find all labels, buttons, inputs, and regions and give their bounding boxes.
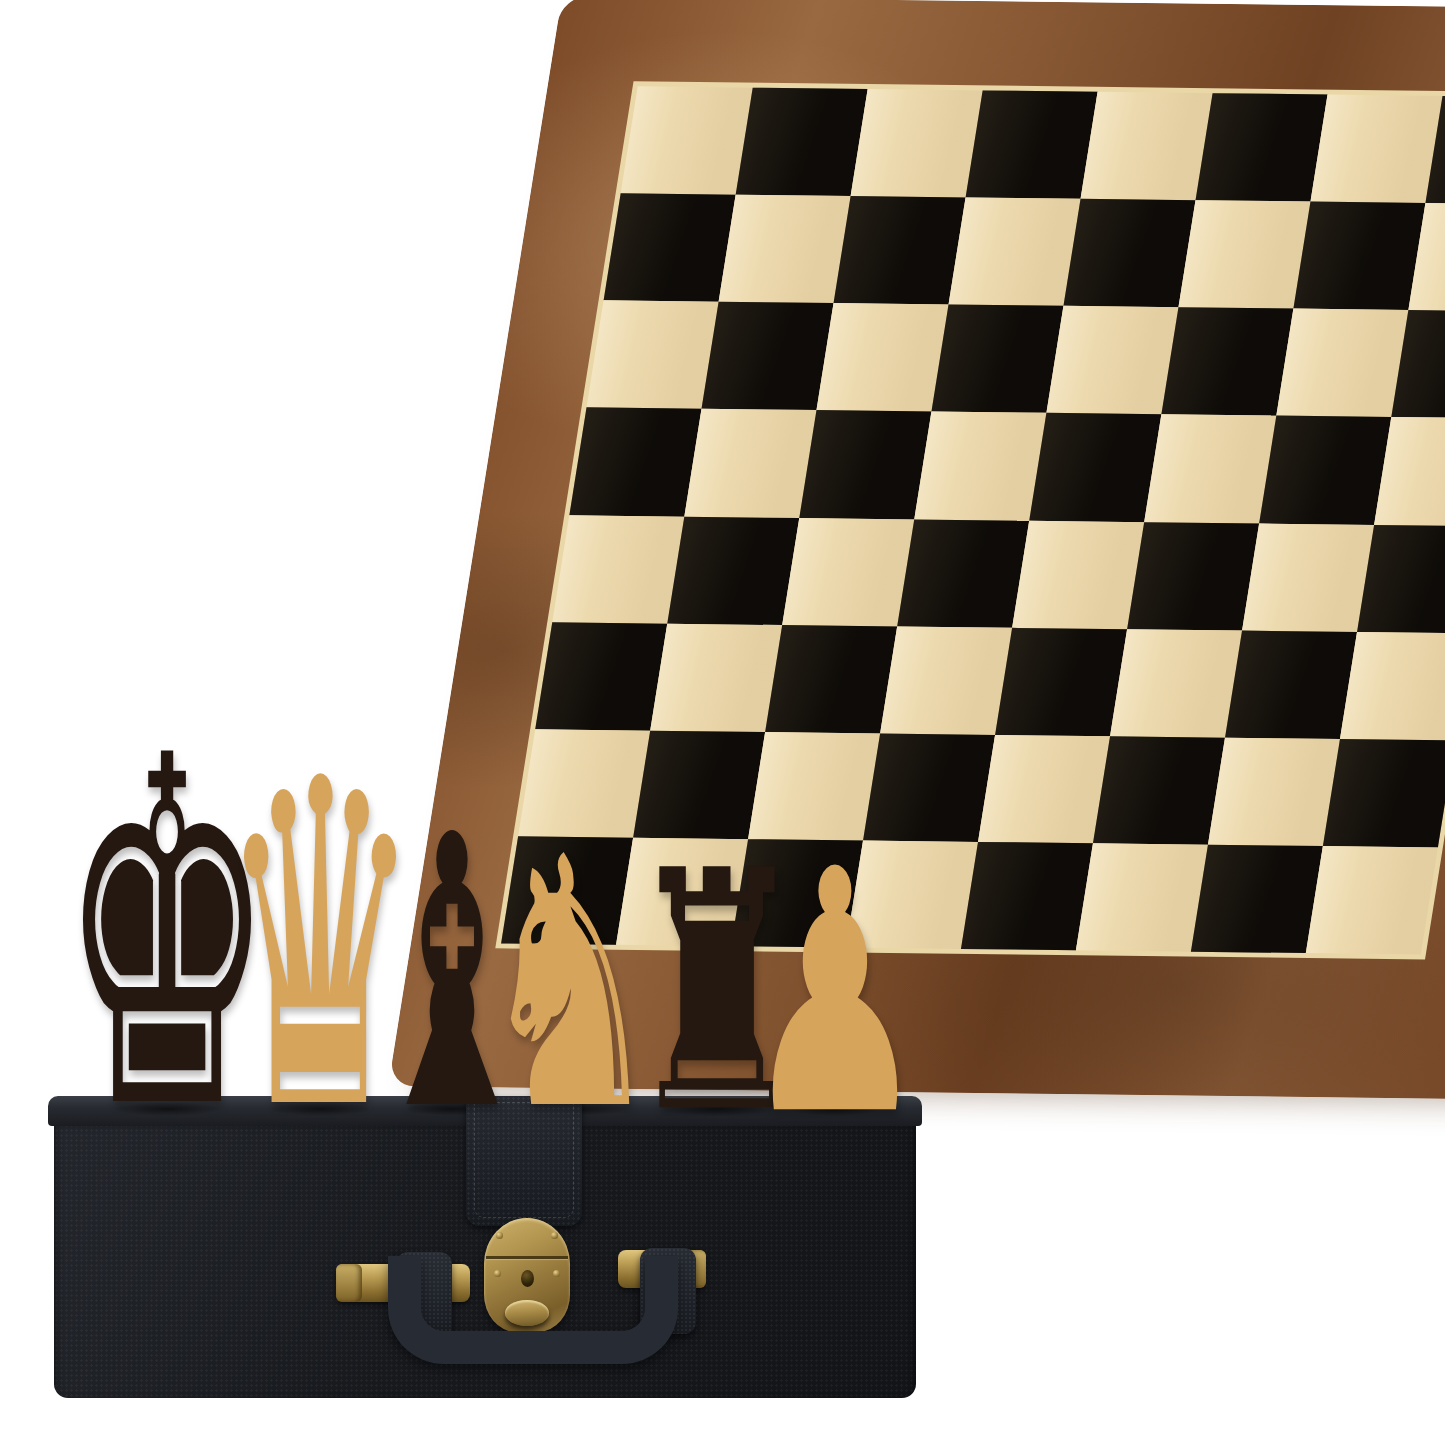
square-f3 xyxy=(1110,629,1242,738)
square-h2 xyxy=(1323,739,1445,848)
square-d4 xyxy=(897,519,1029,628)
square-e1 xyxy=(961,842,1093,951)
square-g1 xyxy=(1191,845,1323,954)
square-g4 xyxy=(1242,523,1374,632)
square-g6 xyxy=(1276,309,1408,418)
square-c6 xyxy=(816,303,948,412)
piece-pawn-boxwood: ♟ xyxy=(742,868,928,1119)
square-c3 xyxy=(765,625,897,734)
square-b6 xyxy=(701,302,833,411)
square-b4 xyxy=(667,516,799,625)
square-a6 xyxy=(587,301,719,410)
square-c7 xyxy=(834,196,966,305)
square-g2 xyxy=(1208,737,1340,846)
square-e4 xyxy=(1012,520,1144,629)
product-photo-scene: ♚ ♛ ♝ ♞ ♜ ♟ xyxy=(0,0,1445,1445)
square-a4 xyxy=(552,515,684,624)
square-f2 xyxy=(1093,736,1225,845)
square-d5 xyxy=(914,412,1046,521)
square-c5 xyxy=(799,410,931,519)
square-f1 xyxy=(1076,843,1208,952)
square-d8 xyxy=(966,90,1098,199)
square-g7 xyxy=(1293,202,1425,311)
square-b3 xyxy=(650,623,782,732)
square-f4 xyxy=(1127,522,1259,631)
square-f6 xyxy=(1161,307,1293,416)
square-b8 xyxy=(736,88,868,197)
square-d6 xyxy=(931,305,1063,414)
carry-handle xyxy=(388,1256,678,1364)
square-b7 xyxy=(719,195,851,304)
square-h1 xyxy=(1306,846,1438,955)
square-g8 xyxy=(1310,95,1442,204)
square-e8 xyxy=(1081,92,1213,201)
square-e6 xyxy=(1046,306,1178,415)
square-b5 xyxy=(684,409,816,518)
square-a3 xyxy=(535,622,667,731)
square-a7 xyxy=(604,193,736,302)
clasp-screw xyxy=(496,1232,503,1239)
square-c8 xyxy=(851,89,983,198)
square-f5 xyxy=(1144,415,1276,524)
square-g5 xyxy=(1259,416,1391,525)
square-a8 xyxy=(621,86,753,195)
square-g3 xyxy=(1225,630,1357,739)
square-d3 xyxy=(880,626,1012,735)
square-e7 xyxy=(1063,199,1195,308)
square-e5 xyxy=(1029,413,1161,522)
clasp-screw xyxy=(551,1232,558,1239)
square-d7 xyxy=(948,198,1080,307)
square-f8 xyxy=(1195,93,1327,202)
square-c4 xyxy=(782,518,914,627)
square-f7 xyxy=(1178,200,1310,309)
square-h3 xyxy=(1340,632,1445,741)
square-e3 xyxy=(995,627,1127,736)
square-e2 xyxy=(978,735,1110,844)
square-a5 xyxy=(569,408,701,517)
